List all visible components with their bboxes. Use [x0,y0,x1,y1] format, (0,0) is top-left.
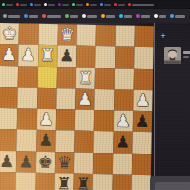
square-d5[interactable] [75,110,95,132]
tab-favicon [16,3,19,6]
browser-bookmarks-bar [0,9,190,23]
player-name-blurred [183,51,190,54]
bookmark-label-blurred [175,15,185,18]
square-b7[interactable] [112,153,132,175]
tab-title-blurred [90,4,97,6]
avatar-photo [164,47,181,64]
square-e5[interactable] [56,109,76,131]
browser-tab[interactable] [100,3,111,6]
bookmark-label-blurred [29,15,38,18]
bookmark-favicon [119,14,123,18]
browser-tab[interactable] [58,3,69,6]
screen-photo: ♚♛♟♟♜♟♜♟♟♟♟♟♟♟♟♟♚♛♜♜ + [0,0,190,190]
bookmark-label-blurred [87,15,97,18]
square-h5[interactable] [0,108,17,130]
tab-title-blurred [132,4,154,6]
bookmark-favicon [82,14,86,18]
square-c4[interactable] [94,89,114,111]
bookmark-favicon [65,14,69,18]
black-pawn[interactable]: ♟ [38,132,54,149]
square-g8[interactable] [16,172,36,190]
square-a5[interactable]: ♟ [132,111,152,133]
black-pawn[interactable]: ♟ [115,134,131,151]
tab-favicon [72,3,75,6]
plus-icon[interactable]: + [160,33,166,40]
square-b3[interactable] [114,68,134,90]
bookmark-item[interactable] [119,14,132,18]
square-a7[interactable] [132,153,152,175]
square-b6[interactable]: ♟ [113,132,133,154]
player-avatar[interactable] [164,47,181,64]
bookmark-favicon [170,14,174,18]
square-a2[interactable] [134,47,154,69]
browser-tab[interactable] [30,3,41,6]
square-g1[interactable] [19,23,39,45]
black-rook[interactable]: ♜ [56,175,72,190]
square-b2[interactable] [115,47,135,69]
browser-tab[interactable] [72,3,83,6]
square-b1[interactable] [115,25,135,47]
white-pawn[interactable]: ♟ [20,47,36,64]
square-e6[interactable] [55,130,75,152]
square-c6[interactable] [94,131,114,153]
square-h1[interactable]: ♚ [0,23,19,45]
bookmark-label-blurred [47,15,61,18]
tab-title-blurred [34,4,41,6]
square-f1[interactable] [38,24,58,46]
tab-favicon [128,3,131,6]
tab-title-blurred [118,4,125,6]
bookmark-label-blurred [106,15,115,18]
square-c5[interactable] [94,110,114,132]
tab-title-blurred [62,4,69,6]
black-pawn[interactable]: ♟ [0,153,15,170]
square-d3[interactable]: ♜ [76,67,96,89]
square-h8[interactable] [0,172,16,190]
browser-tab[interactable] [114,3,125,6]
square-d4[interactable]: ♟ [75,88,95,110]
bookmark-label-blurred [8,15,20,18]
browser-tab[interactable] [16,3,27,6]
black-pawn[interactable]: ♟ [59,48,75,65]
bookmark-favicon [42,14,46,18]
square-f3[interactable] [37,66,57,88]
square-g7[interactable]: ♟ [16,151,36,173]
bookmark-favicon [24,14,28,18]
square-g3[interactable] [18,66,38,88]
bookmark-label-blurred [70,15,78,18]
square-f4[interactable] [37,88,57,110]
white-king[interactable]: ♚ [2,25,18,42]
square-c3[interactable] [95,68,115,90]
square-a3[interactable] [133,68,153,90]
square-h2[interactable]: ♟ [0,44,19,66]
bookmark-item[interactable] [136,14,150,18]
bookmark-item[interactable] [101,14,115,18]
tab-favicon [86,3,89,6]
square-e8[interactable]: ♜ [54,173,74,190]
black-pawn[interactable]: ♟ [135,113,151,130]
chess-board-wrap: ♚♛♟♟♜♟♜♟♟♟♟♟♟♟♟♟♚♛♜♜ [0,23,154,190]
browser-tab-active[interactable] [128,3,154,6]
browser-tab[interactable] [2,3,13,6]
bookmark-label-blurred [141,15,150,18]
bookmark-item[interactable] [170,14,185,18]
square-h4[interactable] [0,87,18,109]
square-h3[interactable] [0,65,18,87]
game-sidebar: + [154,23,190,190]
bookmark-favicon [154,14,158,18]
square-e3[interactable] [56,67,76,89]
tab-favicon [44,3,47,6]
black-rook[interactable]: ♜ [75,175,91,190]
square-d6[interactable] [74,131,94,153]
square-g2[interactable]: ♟ [18,45,38,67]
square-e2[interactable]: ♟ [57,45,77,67]
square-f6[interactable]: ♟ [36,130,56,152]
white-pawn[interactable]: ♟ [38,111,54,128]
white-rook[interactable]: ♜ [78,69,94,86]
tab-favicon [100,3,103,6]
square-c7[interactable] [93,152,113,174]
bookmark-label-blurred [124,15,132,18]
tab-favicon [2,3,5,6]
white-pawn[interactable]: ♟ [135,92,151,109]
browser-tab[interactable] [44,3,55,6]
white-pawn[interactable]: ♟ [1,46,17,63]
square-g4[interactable] [17,87,37,109]
square-f2[interactable]: ♜ [38,45,58,67]
square-g5[interactable] [17,108,37,130]
square-e7[interactable]: ♛ [55,152,75,174]
tab-title-blurred [6,4,13,6]
bookmark-item[interactable] [3,14,20,18]
tab-title-blurred [20,4,27,6]
square-b8[interactable] [112,174,132,190]
square-d8[interactable]: ♜ [73,173,93,190]
bookmark-favicon [136,14,140,18]
bookmark-favicon [101,14,105,18]
black-queen[interactable]: ♛ [57,154,73,171]
browser-tab-bar [0,0,190,9]
chess-board[interactable]: ♚♛♟♟♜♟♜♟♟♟♟♟♟♟♟♟♚♛♜♜ [0,23,154,190]
square-e4[interactable] [56,88,76,110]
monitor-stand [155,182,190,190]
white-rook[interactable]: ♜ [40,47,56,64]
monitor-bezel [150,176,190,190]
white-pawn[interactable]: ♟ [115,113,131,130]
black-king[interactable]: ♚ [37,153,53,170]
square-h6[interactable] [0,129,17,151]
square-a6[interactable] [132,132,152,154]
square-c2[interactable] [95,46,115,68]
tab-favicon [114,3,117,6]
bookmark-item[interactable] [42,14,61,18]
browser-tab[interactable] [86,3,97,6]
bookmark-label-blurred [159,15,166,18]
square-f5[interactable]: ♟ [36,109,56,131]
square-e1[interactable]: ♛ [57,24,77,46]
square-a1[interactable] [134,26,154,48]
square-d2[interactable] [76,46,96,68]
square-b4[interactable] [114,89,134,111]
square-b5[interactable]: ♟ [113,110,133,132]
white-queen[interactable]: ♛ [59,26,75,43]
tab-favicon [58,3,61,6]
square-a4[interactable]: ♟ [133,90,153,112]
bookmark-item[interactable] [154,14,166,18]
tab-favicon [30,3,33,6]
tab-title-blurred [104,4,111,6]
tab-title-blurred [48,4,55,6]
bookmark-item[interactable] [65,14,78,18]
square-c1[interactable] [96,25,116,47]
bookmark-item[interactable] [82,14,97,18]
square-a8[interactable] [131,175,151,190]
tab-title-blurred [76,4,83,6]
player-rating-blurred [183,56,189,58]
square-g6[interactable] [17,130,37,152]
bookmark-item[interactable] [24,14,38,18]
bookmark-favicon [3,14,7,18]
square-f7[interactable]: ♚ [35,151,55,173]
square-d7[interactable] [74,152,94,174]
white-pawn[interactable]: ♟ [77,91,93,108]
square-c8[interactable] [93,174,113,190]
square-d1[interactable] [77,25,97,47]
black-pawn[interactable]: ♟ [18,153,34,170]
square-f8[interactable] [35,173,55,190]
square-h7[interactable]: ♟ [0,150,17,172]
